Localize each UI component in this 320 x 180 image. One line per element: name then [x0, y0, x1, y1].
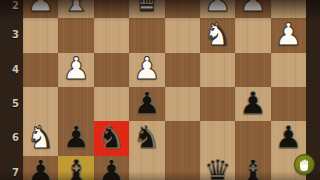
square-a6[interactable]: ♟ — [271, 121, 306, 155]
chess-board-screenshot: ♟♝♛♟♟♞♟♟♟♟♟♞♟♞♞♟♟♝♟♛♝ 234567 — [0, 0, 320, 180]
square-d3[interactable] — [165, 18, 200, 52]
square-e3[interactable] — [129, 18, 164, 52]
rank-label-4: 4 — [0, 64, 19, 75]
square-h3[interactable] — [23, 18, 58, 52]
square-b2[interactable]: ♟ — [235, 0, 270, 18]
piece-black-knight[interactable]: ♞ — [133, 122, 161, 153]
square-f3[interactable] — [94, 18, 129, 52]
piece-white-pawn[interactable]: ♟ — [204, 0, 232, 16]
square-b7[interactable]: ♝ — [235, 156, 270, 180]
piece-black-pawn[interactable]: ♟ — [239, 88, 267, 119]
square-d6[interactable] — [165, 121, 200, 155]
square-f7[interactable]: ♟ — [94, 156, 129, 180]
square-g2[interactable]: ♝ — [58, 0, 93, 18]
piece-black-bishop[interactable]: ♝ — [62, 156, 90, 180]
piece-black-bishop[interactable]: ♝ — [239, 156, 267, 180]
square-e4[interactable]: ♟ — [129, 53, 164, 87]
square-h6[interactable]: ♞ — [23, 121, 58, 155]
square-c4[interactable] — [200, 53, 235, 87]
piece-white-pawn[interactable]: ♟ — [274, 19, 302, 50]
square-d7[interactable] — [165, 156, 200, 180]
square-b6[interactable] — [235, 121, 270, 155]
piece-black-queen[interactable]: ♛ — [204, 156, 232, 180]
square-f6[interactable]: ♞ — [94, 121, 129, 155]
square-c5[interactable] — [200, 87, 235, 121]
square-c7[interactable]: ♛ — [200, 156, 235, 180]
piece-white-bishop[interactable]: ♝ — [62, 0, 90, 16]
square-h4[interactable] — [23, 53, 58, 87]
piece-black-pawn[interactable]: ♟ — [62, 122, 90, 153]
piece-white-pawn[interactable]: ♟ — [62, 53, 90, 84]
square-e2[interactable]: ♛ — [129, 0, 164, 18]
square-h2[interactable]: ♟ — [23, 0, 58, 18]
piece-white-queen[interactable]: ♛ — [133, 0, 161, 16]
square-f5[interactable] — [94, 87, 129, 121]
piece-white-knight[interactable]: ♞ — [204, 19, 232, 50]
square-a5[interactable] — [271, 87, 306, 121]
square-c3[interactable]: ♞ — [200, 18, 235, 52]
square-h7[interactable]: ♟ — [23, 156, 58, 180]
piece-white-pawn[interactable]: ♟ — [27, 0, 55, 16]
square-c6[interactable] — [200, 121, 235, 155]
square-d5[interactable] — [165, 87, 200, 121]
square-e7[interactable] — [129, 156, 164, 180]
rank-label-5: 5 — [0, 98, 19, 109]
rank-label-6: 6 — [0, 132, 19, 143]
square-g5[interactable] — [58, 87, 93, 121]
square-b4[interactable] — [235, 53, 270, 87]
square-b3[interactable] — [235, 18, 270, 52]
rank-label-3: 3 — [0, 29, 19, 40]
square-a4[interactable] — [271, 53, 306, 87]
square-b5[interactable]: ♟ — [235, 87, 270, 121]
rank-label-2: 2 — [0, 0, 19, 11]
piece-black-pawn[interactable]: ♟ — [274, 122, 302, 153]
piece-black-pawn[interactable]: ♟ — [98, 156, 126, 180]
square-f4[interactable] — [94, 53, 129, 87]
piece-black-pawn[interactable]: ♟ — [133, 88, 161, 119]
piece-white-pawn[interactable]: ♟ — [133, 53, 161, 84]
square-a3[interactable]: ♟ — [271, 18, 306, 52]
square-d4[interactable] — [165, 53, 200, 87]
board: ♟♝♛♟♟♞♟♟♟♟♟♞♟♞♞♟♟♝♟♛♝ — [23, 0, 306, 180]
rank-label-7: 7 — [0, 167, 19, 178]
square-e6[interactable]: ♞ — [129, 121, 164, 155]
square-g6[interactable]: ♟ — [58, 121, 93, 155]
square-g4[interactable]: ♟ — [58, 53, 93, 87]
hand-glyph — [299, 159, 310, 171]
piece-white-pawn[interactable]: ♟ — [239, 0, 267, 16]
square-g3[interactable] — [58, 18, 93, 52]
square-d2[interactable] — [165, 0, 200, 18]
square-g7[interactable]: ♝ — [58, 156, 93, 180]
square-e5[interactable]: ♟ — [129, 87, 164, 121]
piece-white-knight[interactable]: ♞ — [27, 122, 55, 153]
square-h5[interactable] — [23, 87, 58, 121]
piece-black-knight[interactable]: ♞ — [98, 122, 126, 153]
hand-cursor-icon — [294, 154, 315, 175]
piece-black-pawn[interactable]: ♟ — [27, 156, 55, 180]
square-f2[interactable] — [94, 0, 129, 18]
